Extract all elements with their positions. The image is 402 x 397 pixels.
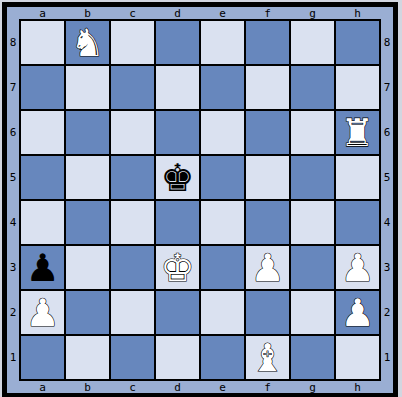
square-a3[interactable]: ♟	[21, 246, 64, 289]
file-label-a-bottom: a	[21, 381, 64, 394]
frame-corner-top-left	[7, 7, 19, 19]
square-c8[interactable]	[111, 21, 154, 64]
piece-white-bishop[interactable]: ♝	[250, 339, 284, 377]
square-h8[interactable]	[336, 21, 379, 64]
square-b1[interactable]	[66, 336, 109, 379]
square-g2[interactable]	[291, 291, 334, 334]
rank-label-6-left: 6	[7, 111, 19, 154]
square-b7[interactable]	[66, 66, 109, 109]
square-e1[interactable]	[201, 336, 244, 379]
square-e4[interactable]	[201, 201, 244, 244]
file-label-d-bottom: d	[156, 381, 199, 394]
square-d1[interactable]	[156, 336, 199, 379]
square-e5[interactable]	[201, 156, 244, 199]
square-f2[interactable]	[246, 291, 289, 334]
square-d3[interactable]: ♚	[156, 246, 199, 289]
square-a4[interactable]	[21, 201, 64, 244]
square-h1[interactable]	[336, 336, 379, 379]
frame-corner-top-right	[381, 7, 393, 19]
rank-label-7-right: 7	[381, 66, 393, 109]
piece-black-king[interactable]: ♚	[160, 159, 194, 197]
square-b3[interactable]	[66, 246, 109, 289]
square-d2[interactable]	[156, 291, 199, 334]
square-a5[interactable]	[21, 156, 64, 199]
square-h3[interactable]: ♟	[336, 246, 379, 289]
square-c7[interactable]	[111, 66, 154, 109]
piece-white-pawn[interactable]: ♟	[340, 249, 374, 287]
rank-labels-left: 87654321	[7, 19, 19, 381]
rank-label-3-right: 3	[381, 246, 393, 289]
rank-label-3-left: 3	[7, 246, 19, 289]
square-e7[interactable]	[201, 66, 244, 109]
rank-label-6-right: 6	[381, 111, 393, 154]
square-d4[interactable]	[156, 201, 199, 244]
square-f7[interactable]	[246, 66, 289, 109]
square-b4[interactable]	[66, 201, 109, 244]
rank-label-1-right: 1	[381, 336, 393, 379]
rank-labels-right: 87654321	[381, 19, 393, 381]
square-d7[interactable]	[156, 66, 199, 109]
square-c6[interactable]	[111, 111, 154, 154]
square-g7[interactable]	[291, 66, 334, 109]
piece-white-pawn[interactable]: ♟	[250, 249, 284, 287]
file-label-c-bottom: c	[111, 381, 154, 394]
square-d8[interactable]	[156, 21, 199, 64]
piece-white-rook[interactable]: ♜	[340, 114, 374, 152]
square-a7[interactable]	[21, 66, 64, 109]
rank-label-7-left: 7	[7, 66, 19, 109]
file-label-b-bottom: b	[66, 381, 109, 394]
rank-label-4-right: 4	[381, 201, 393, 244]
square-f8[interactable]	[246, 21, 289, 64]
square-e6[interactable]	[201, 111, 244, 154]
frame-corner-bottom-left	[7, 381, 19, 393]
square-a6[interactable]	[21, 111, 64, 154]
file-label-h-bottom: h	[336, 381, 379, 394]
square-b2[interactable]	[66, 291, 109, 334]
square-b8[interactable]: ♞	[66, 21, 109, 64]
square-e2[interactable]	[201, 291, 244, 334]
square-b6[interactable]	[66, 111, 109, 154]
square-g3[interactable]	[291, 246, 334, 289]
square-a8[interactable]	[21, 21, 64, 64]
chessboard-frame: abcdefgh 87654321 ♞♜♚♟♚♟♟♟♟♝ 87654321 ab…	[2, 2, 398, 397]
square-h4[interactable]	[336, 201, 379, 244]
square-c1[interactable]	[111, 336, 154, 379]
rank-label-5-left: 5	[7, 156, 19, 199]
piece-white-pawn[interactable]: ♟	[25, 294, 59, 332]
square-g8[interactable]	[291, 21, 334, 64]
square-c4[interactable]	[111, 201, 154, 244]
rank-label-8-right: 8	[381, 21, 393, 64]
square-f6[interactable]	[246, 111, 289, 154]
file-label-e-bottom: e	[201, 381, 244, 394]
square-g4[interactable]	[291, 201, 334, 244]
rank-label-2-right: 2	[381, 291, 393, 334]
square-e8[interactable]	[201, 21, 244, 64]
chessboard: ♞♜♚♟♚♟♟♟♟♝	[19, 19, 381, 381]
square-h7[interactable]	[336, 66, 379, 109]
rank-label-4-left: 4	[7, 201, 19, 244]
square-f5[interactable]	[246, 156, 289, 199]
square-h6[interactable]: ♜	[336, 111, 379, 154]
square-c2[interactable]	[111, 291, 154, 334]
file-labels-bottom: abcdefgh	[19, 381, 381, 393]
rank-label-8-left: 8	[7, 21, 19, 64]
piece-white-king[interactable]: ♚	[160, 249, 194, 287]
piece-white-knight[interactable]: ♞	[70, 24, 104, 62]
square-a1[interactable]	[21, 336, 64, 379]
file-labels-top: abcdefgh	[19, 7, 381, 19]
file-label-g-bottom: g	[291, 381, 334, 394]
square-g6[interactable]	[291, 111, 334, 154]
square-e3[interactable]	[201, 246, 244, 289]
square-f4[interactable]	[246, 201, 289, 244]
square-g5[interactable]	[291, 156, 334, 199]
square-d6[interactable]	[156, 111, 199, 154]
file-label-f-bottom: f	[246, 381, 289, 394]
rank-label-1-left: 1	[7, 336, 19, 379]
piece-black-pawn[interactable]: ♟	[25, 249, 59, 287]
rank-label-5-right: 5	[381, 156, 393, 199]
square-d5[interactable]: ♚	[156, 156, 199, 199]
square-h2[interactable]: ♟	[336, 291, 379, 334]
rank-label-2-left: 2	[7, 291, 19, 334]
square-f3[interactable]: ♟	[246, 246, 289, 289]
square-g1[interactable]	[291, 336, 334, 379]
piece-white-pawn[interactable]: ♟	[340, 294, 374, 332]
square-a2[interactable]: ♟	[21, 291, 64, 334]
square-h5[interactable]	[336, 156, 379, 199]
square-f1[interactable]: ♝	[246, 336, 289, 379]
square-c5[interactable]	[111, 156, 154, 199]
square-c3[interactable]	[111, 246, 154, 289]
square-b5[interactable]	[66, 156, 109, 199]
frame-corner-bottom-right	[381, 381, 393, 393]
